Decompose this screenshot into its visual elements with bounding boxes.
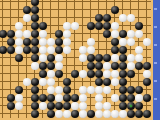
intersection-r4-c3[interactable] [15, 22, 23, 30]
intersection-r10-c3[interactable] [15, 70, 23, 78]
intersection-r8-c1[interactable] [0, 54, 7, 62]
intersection-r7-c15[interactable] [111, 46, 119, 54]
intersection-r4-c5[interactable] [31, 22, 39, 30]
intersection-r14-c3[interactable] [15, 102, 23, 110]
intersection-r13-c7[interactable] [47, 94, 55, 102]
black-stone [63, 102, 71, 110]
intersection-r8-c4[interactable] [23, 54, 31, 62]
intersection-r12-c3[interactable] [15, 86, 23, 94]
intersection-r3-c18[interactable] [135, 14, 143, 22]
intersection-r14-c9[interactable] [63, 102, 71, 110]
intersection-r8-c16[interactable] [119, 54, 127, 62]
side-strip-mark [154, 26, 157, 28]
intersection-r6-c19[interactable] [143, 38, 151, 46]
black-stone [39, 94, 47, 102]
intersection-r6-c16[interactable] [119, 38, 127, 46]
intersection-r13-c14[interactable] [103, 94, 111, 102]
intersection-r3-c1[interactable] [0, 14, 7, 22]
intersection-r9-c12[interactable] [87, 62, 95, 70]
intersection-r7-c11[interactable] [79, 46, 87, 54]
intersection-r13-c4[interactable] [23, 94, 31, 102]
intersection-r9-c13[interactable] [95, 62, 103, 70]
intersection-r14-c5[interactable] [31, 102, 39, 110]
intersection-r13-c12[interactable] [87, 94, 95, 102]
intersection-r9-c3[interactable] [15, 62, 23, 70]
intersection-r5-c9[interactable] [63, 30, 71, 38]
white-stone [15, 46, 23, 54]
intersection-r15-c4[interactable] [23, 110, 31, 118]
intersection-r14-c8[interactable] [55, 102, 63, 110]
intersection-r4-c18[interactable] [135, 22, 143, 30]
intersection-r3-c3[interactable] [15, 14, 23, 22]
intersection-r5-c10[interactable] [71, 30, 79, 38]
intersection-r9-c15[interactable] [111, 62, 119, 70]
intersection-r11-c8[interactable] [55, 78, 63, 86]
intersection-r8-c19[interactable] [143, 54, 151, 62]
intersection-r4-c13[interactable] [95, 22, 103, 30]
intersection-r15-c2[interactable] [7, 110, 15, 118]
intersection-r13-c17[interactable] [127, 94, 135, 102]
intersection-r15-c11[interactable] [79, 110, 87, 118]
intersection-r13-c11[interactable] [79, 94, 87, 102]
intersection-r10-c15[interactable] [111, 70, 119, 78]
intersection-r14-c2[interactable] [7, 102, 15, 110]
black-stone [111, 6, 119, 14]
black-stone [143, 110, 151, 118]
intersection-r7-c10[interactable] [71, 46, 79, 54]
intersection-r12-c15[interactable] [111, 86, 119, 94]
intersection-r11-c19[interactable] [143, 78, 151, 86]
intersection-r12-c11[interactable] [79, 86, 87, 94]
intersection-r12-c13[interactable] [95, 86, 103, 94]
black-stone [127, 70, 135, 78]
intersection-r6-c13[interactable] [95, 38, 103, 46]
intersection-r6-c8[interactable] [55, 38, 63, 46]
intersection-r7-c18[interactable] [135, 46, 143, 54]
intersection-r14-c15[interactable] [111, 102, 119, 110]
intersection-r11-c13[interactable] [95, 78, 103, 86]
intersection-r7-c12[interactable] [87, 46, 95, 54]
intersection-r15-c13[interactable] [95, 110, 103, 118]
intersection-r9-c11[interactable] [79, 62, 87, 70]
intersection-r10-c13[interactable] [95, 70, 103, 78]
intersection-r12-c16[interactable] [119, 86, 127, 94]
intersection-r8-c7[interactable] [47, 54, 55, 62]
intersection-r9-c16[interactable] [119, 62, 127, 70]
intersection-r2-c16[interactable] [119, 6, 127, 14]
intersection-r8-c10[interactable] [71, 54, 79, 62]
intersection-r10-c11[interactable] [79, 70, 87, 78]
go-board [0, 0, 153, 120]
intersection-r7-c5[interactable] [31, 46, 39, 54]
intersection-r6-c3[interactable] [15, 38, 23, 46]
intersection-r9-c14[interactable] [103, 62, 111, 70]
intersection-r11-c1[interactable] [0, 78, 7, 86]
intersection-r15-c1[interactable] [0, 110, 7, 118]
white-stone [119, 38, 127, 46]
black-stone [119, 86, 127, 94]
intersection-r7-c3[interactable] [15, 46, 23, 54]
intersection-r7-c6[interactable] [39, 46, 47, 54]
side-strip-mark [154, 80, 157, 82]
intersection-r2-c3[interactable] [15, 6, 23, 14]
intersection-r15-c9[interactable] [63, 110, 71, 118]
intersection-r10-c19[interactable] [143, 70, 151, 78]
intersection-r10-c12[interactable] [87, 70, 95, 78]
intersection-r2-c1[interactable] [0, 6, 7, 14]
intersection-r8-c15[interactable] [111, 54, 119, 62]
side-strip-mark [154, 62, 157, 64]
intersection-r15-c15[interactable] [111, 110, 119, 118]
intersection-r10-c2[interactable] [7, 70, 15, 78]
intersection-r12-c9[interactable] [63, 86, 71, 94]
intersection-r11-c15[interactable] [111, 78, 119, 86]
intersection-r14-c17[interactable] [127, 102, 135, 110]
intersection-r12-c8[interactable] [55, 86, 63, 94]
white-stone [23, 14, 31, 22]
intersection-r14-c10[interactable] [71, 102, 79, 110]
intersection-r14-c1[interactable] [0, 102, 7, 110]
black-stone [15, 86, 23, 94]
intersection-r13-c19[interactable] [143, 94, 151, 102]
intersection-r5-c3[interactable] [15, 30, 23, 38]
intersection-r8-c17[interactable] [127, 54, 135, 62]
intersection-r2-c4[interactable] [23, 6, 31, 14]
intersection-r2-c18[interactable] [135, 6, 143, 14]
intersection-r5-c18[interactable] [135, 30, 143, 38]
intersection-r9-c10[interactable] [71, 62, 79, 70]
intersection-r15-c19[interactable] [143, 110, 151, 118]
intersection-r5-c12[interactable] [87, 30, 95, 38]
intersection-r8-c14[interactable] [103, 54, 111, 62]
intersection-r10-c10[interactable] [71, 70, 79, 78]
intersection-r6-c5[interactable] [31, 38, 39, 46]
black-stone [119, 94, 127, 102]
intersection-r4-c9[interactable] [63, 22, 71, 30]
intersection-r3-c2[interactable] [7, 14, 15, 22]
intersection-r11-c18[interactable] [135, 78, 143, 86]
intersection-r14-c18[interactable] [135, 102, 143, 110]
intersection-r13-c15[interactable] [111, 94, 119, 102]
white-stone [143, 70, 151, 78]
intersection-r3-c16[interactable] [119, 14, 127, 22]
intersection-r11-c5[interactable] [31, 78, 39, 86]
intersection-r6-c18[interactable] [135, 38, 143, 46]
intersection-r15-c10[interactable] [71, 110, 79, 118]
intersection-r11-c17[interactable] [127, 78, 135, 86]
intersection-r5-c14[interactable] [103, 30, 111, 38]
intersection-r5-c2[interactable] [7, 30, 15, 38]
intersection-r9-c5[interactable] [31, 62, 39, 70]
intersection-r6-c9[interactable] [63, 38, 71, 46]
intersection-r7-c8[interactable] [55, 46, 63, 54]
intersection-r9-c18[interactable] [135, 62, 143, 70]
intersection-r7-c1[interactable] [0, 46, 7, 54]
intersection-r14-c16[interactable] [119, 102, 127, 110]
intersection-r3-c7[interactable] [47, 14, 55, 22]
intersection-r10-c5[interactable] [31, 70, 39, 78]
intersection-r8-c12[interactable] [87, 54, 95, 62]
intersection-r14-c12[interactable] [87, 102, 95, 110]
intersection-r10-c1[interactable] [0, 70, 7, 78]
intersection-r4-c4[interactable] [23, 22, 31, 30]
intersection-r6-c11[interactable] [79, 38, 87, 46]
intersection-r11-c7[interactable] [47, 78, 55, 86]
intersection-r10-c7[interactable] [47, 70, 55, 78]
intersection-r10-c8[interactable] [55, 70, 63, 78]
black-stone [31, 22, 39, 30]
intersection-r6-c14[interactable] [103, 38, 111, 46]
intersection-r11-c11[interactable] [79, 78, 87, 86]
intersection-r11-c12[interactable] [87, 78, 95, 86]
intersection-r11-c9[interactable] [63, 78, 71, 86]
intersection-r12-c5[interactable] [31, 86, 39, 94]
intersection-r7-c4[interactable] [23, 46, 31, 54]
intersection-r9-c7[interactable] [47, 62, 55, 70]
intersection-r13-c10[interactable] [71, 94, 79, 102]
intersection-r12-c14[interactable] [103, 86, 111, 94]
black-stone [119, 62, 127, 70]
intersection-r3-c13[interactable] [95, 14, 103, 22]
intersection-r11-c16[interactable] [119, 78, 127, 86]
intersection-r10-c16[interactable] [119, 70, 127, 78]
intersection-r6-c1[interactable] [0, 38, 7, 46]
intersection-r4-c6[interactable] [39, 22, 47, 30]
intersection-r5-c1[interactable] [0, 30, 7, 38]
intersection-r11-c6[interactable] [39, 78, 47, 86]
intersection-r12-c1[interactable] [0, 86, 7, 94]
intersection-r5-c13[interactable] [95, 30, 103, 38]
intersection-r6-c6[interactable] [39, 38, 47, 46]
white-stone [135, 94, 143, 102]
black-stone [111, 38, 119, 46]
intersection-r9-c4[interactable] [23, 62, 31, 70]
side-strip-mark [154, 44, 157, 46]
intersection-r7-c13[interactable] [95, 46, 103, 54]
black-stone [7, 94, 15, 102]
white-stone [39, 78, 47, 86]
intersection-r12-c17[interactable] [127, 86, 135, 94]
intersection-r8-c11[interactable] [79, 54, 87, 62]
intersection-r2-c2[interactable] [7, 6, 15, 14]
intersection-r12-c12[interactable] [87, 86, 95, 94]
intersection-r8-c9[interactable] [63, 54, 71, 62]
intersection-r2-c11[interactable] [79, 6, 87, 14]
intersection-r4-c19[interactable] [143, 22, 151, 30]
intersection-r4-c1[interactable] [0, 22, 7, 30]
intersection-r6-c7[interactable] [47, 38, 55, 46]
intersection-r5-c8[interactable] [55, 30, 63, 38]
intersection-r2-c14[interactable] [103, 6, 111, 14]
intersection-r8-c18[interactable] [135, 54, 143, 62]
intersection-r9-c17[interactable] [127, 62, 135, 70]
black-stone [143, 94, 151, 102]
intersection-r2-c17[interactable] [127, 6, 135, 14]
intersection-r10-c4[interactable] [23, 70, 31, 78]
intersection-r6-c4[interactable] [23, 38, 31, 46]
intersection-r9-c19[interactable] [143, 62, 151, 70]
intersection-r13-c3[interactable] [15, 94, 23, 102]
intersection-r2-c12[interactable] [87, 6, 95, 14]
white-stone [79, 70, 87, 78]
intersection-r5-c4[interactable] [23, 30, 31, 38]
intersection-r3-c6[interactable] [39, 14, 47, 22]
intersection-r15-c3[interactable] [15, 110, 23, 118]
intersection-r5-c5[interactable] [31, 30, 39, 38]
intersection-r2-c8[interactable] [55, 6, 63, 14]
intersection-r14-c14[interactable] [103, 102, 111, 110]
black-stone [135, 102, 143, 110]
intersection-r6-c12[interactable] [87, 38, 95, 46]
intersection-r3-c10[interactable] [71, 14, 79, 22]
intersection-r5-c7[interactable] [47, 30, 55, 38]
intersection-r14-c13[interactable] [95, 102, 103, 110]
intersection-r15-c16[interactable] [119, 110, 127, 118]
intersection-r12-c2[interactable] [7, 86, 15, 94]
intersection-r15-c7[interactable] [47, 110, 55, 118]
intersection-r4-c15[interactable] [111, 22, 119, 30]
intersection-r3-c4[interactable] [23, 14, 31, 22]
intersection-r3-c8[interactable] [55, 14, 63, 22]
white-stone [111, 70, 119, 78]
intersection-r2-c15[interactable] [111, 6, 119, 14]
intersection-r14-c7[interactable] [47, 102, 55, 110]
intersection-r5-c15[interactable] [111, 30, 119, 38]
intersection-r3-c17[interactable] [127, 14, 135, 22]
intersection-r15-c14[interactable] [103, 110, 111, 118]
intersection-r9-c1[interactable] [0, 62, 7, 70]
intersection-r12-c18[interactable] [135, 86, 143, 94]
intersection-r6-c2[interactable] [7, 38, 15, 46]
intersection-r8-c3[interactable] [15, 54, 23, 62]
intersection-r13-c8[interactable] [55, 94, 63, 102]
intersection-r11-c4[interactable] [23, 78, 31, 86]
intersection-r9-c6[interactable] [39, 62, 47, 70]
intersection-r11-c10[interactable] [71, 78, 79, 86]
intersection-r5-c6[interactable] [39, 30, 47, 38]
go-grid [0, 0, 151, 118]
intersection-r8-c8[interactable] [55, 54, 63, 62]
black-stone [31, 102, 39, 110]
intersection-r13-c16[interactable] [119, 94, 127, 102]
intersection-r11-c3[interactable] [15, 78, 23, 86]
intersection-r14-c19[interactable] [143, 102, 151, 110]
intersection-r4-c17[interactable] [127, 22, 135, 30]
intersection-r15-c18[interactable] [135, 110, 143, 118]
intersection-r14-c6[interactable] [39, 102, 47, 110]
intersection-r7-c9[interactable] [63, 46, 71, 54]
intersection-r3-c14[interactable] [103, 14, 111, 22]
intersection-r15-c17[interactable] [127, 110, 135, 118]
intersection-r10-c14[interactable] [103, 70, 111, 78]
intersection-r4-c10[interactable] [71, 22, 79, 30]
intersection-r4-c2[interactable] [7, 22, 15, 30]
intersection-r4-c8[interactable] [55, 22, 63, 30]
intersection-r7-c19[interactable] [143, 46, 151, 54]
black-stone [103, 14, 111, 22]
white-stone [15, 102, 23, 110]
intersection-r7-c16[interactable] [119, 46, 127, 54]
intersection-r10-c6[interactable] [39, 70, 47, 78]
intersection-r13-c18[interactable] [135, 94, 143, 102]
intersection-r6-c10[interactable] [71, 38, 79, 46]
intersection-r10-c18[interactable] [135, 70, 143, 78]
intersection-r12-c19[interactable] [143, 86, 151, 94]
intersection-r8-c13[interactable] [95, 54, 103, 62]
intersection-r12-c7[interactable] [47, 86, 55, 94]
intersection-r3-c5[interactable] [31, 14, 39, 22]
intersection-r13-c2[interactable] [7, 94, 15, 102]
intersection-r15-c8[interactable] [55, 110, 63, 118]
intersection-r9-c8[interactable] [55, 62, 63, 70]
intersection-r13-c13[interactable] [95, 94, 103, 102]
intersection-r7-c14[interactable] [103, 46, 111, 54]
intersection-r13-c1[interactable] [0, 94, 7, 102]
intersection-r7-c7[interactable] [47, 46, 55, 54]
intersection-r2-c7[interactable] [47, 6, 55, 14]
intersection-r9-c2[interactable] [7, 62, 15, 70]
intersection-r8-c2[interactable] [7, 54, 15, 62]
intersection-r2-c6[interactable] [39, 6, 47, 14]
white-stone [39, 30, 47, 38]
intersection-r13-c9[interactable] [63, 94, 71, 102]
intersection-r4-c11[interactable] [79, 22, 87, 30]
intersection-r4-c12[interactable] [87, 22, 95, 30]
black-stone [87, 22, 95, 30]
intersection-r2-c10[interactable] [71, 6, 79, 14]
intersection-r15-c12[interactable] [87, 110, 95, 118]
intersection-r13-c6[interactable] [39, 94, 47, 102]
intersection-r15-c5[interactable] [31, 110, 39, 118]
intersection-r11-c14[interactable] [103, 78, 111, 86]
intersection-r7-c2[interactable] [7, 46, 15, 54]
intersection-r2-c5[interactable] [31, 6, 39, 14]
intersection-r9-c9[interactable] [63, 62, 71, 70]
intersection-r2-c9[interactable] [63, 6, 71, 14]
intersection-r5-c17[interactable] [127, 30, 135, 38]
intersection-r4-c16[interactable] [119, 22, 127, 30]
intersection-r2-c13[interactable] [95, 6, 103, 14]
intersection-r8-c6[interactable] [39, 54, 47, 62]
intersection-r6-c17[interactable] [127, 38, 135, 46]
intersection-r5-c11[interactable] [79, 30, 87, 38]
intersection-r7-c17[interactable] [127, 46, 135, 54]
intersection-r3-c19[interactable] [143, 14, 151, 22]
intersection-r3-c15[interactable] [111, 14, 119, 22]
intersection-r10-c9[interactable] [63, 70, 71, 78]
intersection-r5-c16[interactable] [119, 30, 127, 38]
intersection-r14-c4[interactable] [23, 102, 31, 110]
intersection-r3-c9[interactable] [63, 14, 71, 22]
intersection-r8-c5[interactable] [31, 54, 39, 62]
intersection-r13-c5[interactable] [31, 94, 39, 102]
intersection-r11-c2[interactable] [7, 78, 15, 86]
intersection-r3-c12[interactable] [87, 14, 95, 22]
intersection-r14-c11[interactable] [79, 102, 87, 110]
intersection-r12-c6[interactable] [39, 86, 47, 94]
intersection-r4-c14[interactable] [103, 22, 111, 30]
intersection-r15-c6[interactable] [39, 110, 47, 118]
intersection-r2-c19[interactable] [143, 6, 151, 14]
intersection-r12-c10[interactable] [71, 86, 79, 94]
intersection-r3-c11[interactable] [79, 14, 87, 22]
intersection-r4-c7[interactable] [47, 22, 55, 30]
intersection-r12-c4[interactable] [23, 86, 31, 94]
intersection-r5-c19[interactable] [143, 30, 151, 38]
intersection-r10-c17[interactable] [127, 70, 135, 78]
white-stone [79, 94, 87, 102]
intersection-r6-c15[interactable] [111, 38, 119, 46]
